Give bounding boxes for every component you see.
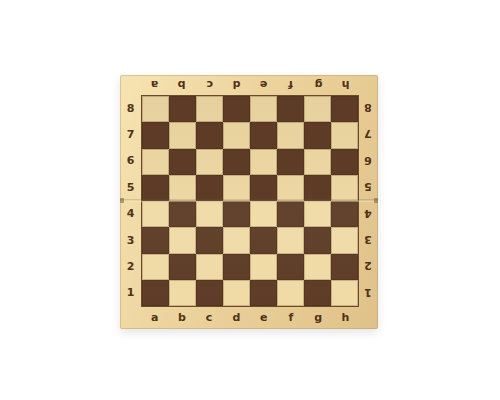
file-label-top-c: c — [196, 75, 223, 95]
square-b3[interactable] — [169, 227, 196, 253]
rank-label-left-8: 8 — [120, 95, 141, 121]
rank-label-right-8: 8 — [358, 95, 378, 121]
file-label-top-a: a — [141, 75, 168, 95]
square-c3[interactable] — [196, 227, 223, 253]
square-d6[interactable] — [223, 149, 250, 175]
square-c4[interactable] — [196, 201, 223, 227]
square-b7[interactable] — [169, 122, 196, 148]
square-a6[interactable] — [142, 149, 169, 175]
square-h6[interactable] — [331, 149, 358, 175]
square-g2[interactable] — [304, 254, 331, 280]
square-a8[interactable] — [142, 96, 169, 122]
square-d8[interactable] — [223, 96, 250, 122]
square-f4[interactable] — [277, 201, 304, 227]
rank-label-right-4: 4 — [358, 201, 378, 227]
square-d5[interactable] — [223, 175, 250, 201]
square-e6[interactable] — [250, 149, 277, 175]
rank-label-left-7: 7 — [120, 121, 141, 147]
square-h3[interactable] — [331, 227, 358, 253]
square-c8[interactable] — [196, 96, 223, 122]
square-b4[interactable] — [169, 201, 196, 227]
file-label-top-g: g — [305, 75, 332, 95]
file-label-top-f: f — [277, 75, 304, 95]
square-e5[interactable] — [250, 175, 277, 201]
file-label-bottom-c: c — [196, 306, 223, 329]
file-label-bottom-a: a — [141, 306, 168, 329]
square-g5[interactable] — [304, 175, 331, 201]
square-a3[interactable] — [142, 227, 169, 253]
rank-label-right-3: 3 — [358, 227, 378, 253]
product-photo-scene: abcdefgh 87654321 87654321 abcdefgh — [0, 0, 500, 400]
square-f8[interactable] — [277, 96, 304, 122]
file-label-top-e: e — [250, 75, 277, 95]
file-label-bottom-e: e — [250, 306, 277, 329]
square-h4[interactable] — [331, 201, 358, 227]
rank-label-left-6: 6 — [120, 148, 141, 174]
file-labels-top: abcdefgh — [141, 75, 359, 95]
board-grid — [141, 95, 359, 307]
square-b8[interactable] — [169, 96, 196, 122]
file-label-top-d: d — [223, 75, 250, 95]
square-a4[interactable] — [142, 201, 169, 227]
square-a1[interactable] — [142, 280, 169, 306]
rank-label-right-6: 6 — [358, 148, 378, 174]
rank-label-right-5: 5 — [358, 174, 378, 200]
square-h8[interactable] — [331, 96, 358, 122]
file-label-bottom-g: g — [305, 306, 332, 329]
rank-label-right-1: 1 — [358, 280, 378, 306]
rank-label-left-2: 2 — [120, 253, 141, 279]
square-c6[interactable] — [196, 149, 223, 175]
square-b2[interactable] — [169, 254, 196, 280]
square-d4[interactable] — [223, 201, 250, 227]
square-a2[interactable] — [142, 254, 169, 280]
square-e8[interactable] — [250, 96, 277, 122]
square-g7[interactable] — [304, 122, 331, 148]
square-g6[interactable] — [304, 149, 331, 175]
square-c2[interactable] — [196, 254, 223, 280]
rank-label-left-3: 3 — [120, 227, 141, 253]
square-e7[interactable] — [250, 122, 277, 148]
rank-label-left-1: 1 — [120, 280, 141, 306]
rank-labels-right: 87654321 — [358, 95, 378, 306]
square-h5[interactable] — [331, 175, 358, 201]
chessboard: abcdefgh 87654321 87654321 abcdefgh — [120, 75, 378, 329]
square-f1[interactable] — [277, 280, 304, 306]
square-a5[interactable] — [142, 175, 169, 201]
square-d7[interactable] — [223, 122, 250, 148]
file-label-bottom-h: h — [332, 306, 359, 329]
file-label-bottom-b: b — [168, 306, 195, 329]
square-b6[interactable] — [169, 149, 196, 175]
square-e2[interactable] — [250, 254, 277, 280]
square-b5[interactable] — [169, 175, 196, 201]
square-e3[interactable] — [250, 227, 277, 253]
square-f7[interactable] — [277, 122, 304, 148]
square-h7[interactable] — [331, 122, 358, 148]
square-c7[interactable] — [196, 122, 223, 148]
file-label-top-b: b — [168, 75, 195, 95]
square-g4[interactable] — [304, 201, 331, 227]
square-d1[interactable] — [223, 280, 250, 306]
rank-label-left-4: 4 — [120, 201, 141, 227]
square-e1[interactable] — [250, 280, 277, 306]
file-label-bottom-d: d — [223, 306, 250, 329]
rank-label-left-5: 5 — [120, 174, 141, 200]
square-f2[interactable] — [277, 254, 304, 280]
square-d2[interactable] — [223, 254, 250, 280]
rank-label-right-7: 7 — [358, 121, 378, 147]
square-f5[interactable] — [277, 175, 304, 201]
square-c5[interactable] — [196, 175, 223, 201]
file-label-bottom-f: f — [277, 306, 304, 329]
square-c1[interactable] — [196, 280, 223, 306]
square-b1[interactable] — [169, 280, 196, 306]
square-g3[interactable] — [304, 227, 331, 253]
square-g1[interactable] — [304, 280, 331, 306]
square-d3[interactable] — [223, 227, 250, 253]
square-a7[interactable] — [142, 122, 169, 148]
square-f3[interactable] — [277, 227, 304, 253]
square-h2[interactable] — [331, 254, 358, 280]
square-g8[interactable] — [304, 96, 331, 122]
square-h1[interactable] — [331, 280, 358, 306]
file-labels-bottom: abcdefgh — [141, 306, 359, 329]
rank-label-right-2: 2 — [358, 253, 378, 279]
square-e4[interactable] — [250, 201, 277, 227]
rank-labels-left: 87654321 — [120, 95, 141, 306]
square-f6[interactable] — [277, 149, 304, 175]
file-label-top-h: h — [332, 75, 359, 95]
